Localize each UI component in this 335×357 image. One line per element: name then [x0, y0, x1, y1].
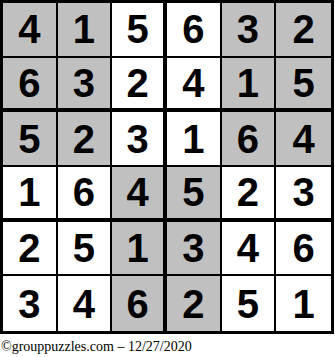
cell-r6c2[interactable]: 4	[58, 276, 113, 331]
cell-r6c5[interactable]: 5	[222, 276, 277, 331]
cell-r5c6[interactable]: 6	[276, 222, 331, 277]
cell-r4c2[interactable]: 6	[58, 167, 113, 222]
cell-r3c2[interactable]: 2	[58, 112, 113, 167]
cell-r1c5[interactable]: 3	[222, 3, 277, 58]
cell-r5c4[interactable]: 3	[167, 222, 222, 277]
cell-r3c5[interactable]: 6	[222, 112, 277, 167]
cell-r2c5[interactable]: 1	[222, 58, 277, 113]
cell-r1c2[interactable]: 1	[58, 3, 113, 58]
cell-r4c1[interactable]: 1	[3, 167, 58, 222]
cell-r4c4[interactable]: 5	[167, 167, 222, 222]
cell-r2c6[interactable]: 5	[276, 58, 331, 113]
cell-r2c3[interactable]: 2	[112, 58, 167, 113]
cell-r2c4[interactable]: 4	[167, 58, 222, 113]
cell-r2c2[interactable]: 3	[58, 58, 113, 113]
credit-line: ©grouppuzzles.com – 12/27/2020	[0, 334, 335, 357]
cell-r6c4[interactable]: 2	[167, 276, 222, 331]
cell-r1c6[interactable]: 2	[276, 3, 331, 58]
cell-r5c5[interactable]: 4	[222, 222, 277, 277]
cell-r4c5[interactable]: 2	[222, 167, 277, 222]
cell-r6c6[interactable]: 1	[276, 276, 331, 331]
sudoku-page: 415632632415523164164523251346346251 ©gr…	[0, 0, 335, 357]
cell-r5c3[interactable]: 1	[112, 222, 167, 277]
cell-r1c4[interactable]: 6	[167, 3, 222, 58]
cell-r5c1[interactable]: 2	[3, 222, 58, 277]
cell-r4c6[interactable]: 3	[276, 167, 331, 222]
cell-r3c6[interactable]: 4	[276, 112, 331, 167]
cell-r1c1[interactable]: 4	[3, 3, 58, 58]
cell-r2c1[interactable]: 6	[3, 58, 58, 113]
cell-r3c3[interactable]: 3	[112, 112, 167, 167]
cell-r6c1[interactable]: 3	[3, 276, 58, 331]
sudoku-board: 415632632415523164164523251346346251	[0, 0, 334, 334]
cell-r3c4[interactable]: 1	[167, 112, 222, 167]
cell-r6c3[interactable]: 6	[112, 276, 167, 331]
cell-r1c3[interactable]: 5	[112, 3, 167, 58]
cell-r4c3[interactable]: 4	[112, 167, 167, 222]
cell-r3c1[interactable]: 5	[3, 112, 58, 167]
cell-r5c2[interactable]: 5	[58, 222, 113, 277]
